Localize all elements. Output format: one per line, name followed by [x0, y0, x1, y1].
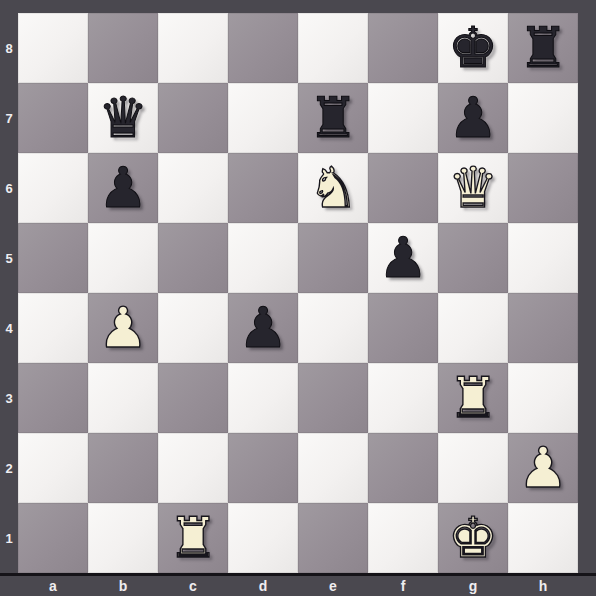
square-c3[interactable] [158, 363, 228, 433]
piece-black-pawn-g7: ♟ [448, 83, 498, 153]
square-e3[interactable] [298, 363, 368, 433]
square-b7[interactable]: ♛ [88, 83, 158, 153]
piece-white-rook-c1: ♜ [168, 503, 218, 573]
piece-black-rook-e7: ♜ [308, 83, 358, 153]
square-d4[interactable]: ♟ [228, 293, 298, 363]
square-f6[interactable] [368, 153, 438, 223]
square-f1[interactable] [368, 503, 438, 573]
square-c8[interactable] [158, 13, 228, 83]
piece-white-rook-g3: ♜ [448, 363, 498, 433]
square-g3[interactable]: ♜ [438, 363, 508, 433]
file-label-e: e [298, 576, 368, 596]
square-b5[interactable] [88, 223, 158, 293]
square-d8[interactable] [228, 13, 298, 83]
square-d5[interactable] [228, 223, 298, 293]
rank-label-3: 3 [0, 363, 18, 433]
square-a1[interactable] [18, 503, 88, 573]
file-label-g: g [438, 576, 508, 596]
file-label-a: a [18, 576, 88, 596]
piece-white-pawn-h2: ♟ [518, 433, 568, 503]
square-e8[interactable] [298, 13, 368, 83]
square-h5[interactable] [508, 223, 578, 293]
square-g6[interactable]: ♛ [438, 153, 508, 223]
file-label-f: f [368, 576, 438, 596]
square-a7[interactable] [18, 83, 88, 153]
square-g5[interactable] [438, 223, 508, 293]
square-b6[interactable]: ♟ [88, 153, 158, 223]
square-c4[interactable] [158, 293, 228, 363]
square-a2[interactable] [18, 433, 88, 503]
square-f5[interactable]: ♟ [368, 223, 438, 293]
piece-black-rook-h8: ♜ [518, 13, 568, 83]
square-f8[interactable] [368, 13, 438, 83]
square-b8[interactable] [88, 13, 158, 83]
square-g4[interactable] [438, 293, 508, 363]
rank-label-4: 4 [0, 293, 18, 363]
square-g7[interactable]: ♟ [438, 83, 508, 153]
file-labels: abcdefgh [18, 576, 578, 596]
file-label-d: d [228, 576, 298, 596]
piece-white-knight-e6: ♞ [308, 153, 358, 223]
square-d3[interactable] [228, 363, 298, 433]
piece-black-pawn-d4: ♟ [238, 293, 288, 363]
square-g8[interactable]: ♚ [438, 13, 508, 83]
square-c6[interactable] [158, 153, 228, 223]
piece-black-pawn-f5: ♟ [378, 223, 428, 293]
square-h2[interactable]: ♟ [508, 433, 578, 503]
square-a8[interactable] [18, 13, 88, 83]
square-f7[interactable] [368, 83, 438, 153]
square-c1[interactable]: ♜ [158, 503, 228, 573]
square-e5[interactable] [298, 223, 368, 293]
piece-white-queen-g6: ♛ [448, 153, 498, 223]
rank-label-7: 7 [0, 83, 18, 153]
square-d1[interactable] [228, 503, 298, 573]
square-b3[interactable] [88, 363, 158, 433]
piece-white-pawn-b4: ♟ [98, 293, 148, 363]
square-a6[interactable] [18, 153, 88, 223]
square-b1[interactable] [88, 503, 158, 573]
square-b2[interactable] [88, 433, 158, 503]
square-e7[interactable]: ♜ [298, 83, 368, 153]
square-f4[interactable] [368, 293, 438, 363]
file-label-b: b [88, 576, 158, 596]
square-h7[interactable] [508, 83, 578, 153]
square-e6[interactable]: ♞ [298, 153, 368, 223]
rank-label-1: 1 [0, 503, 18, 573]
square-e2[interactable] [298, 433, 368, 503]
square-f3[interactable] [368, 363, 438, 433]
square-f2[interactable] [368, 433, 438, 503]
square-c7[interactable] [158, 83, 228, 153]
rank-label-2: 2 [0, 433, 18, 503]
square-g1[interactable]: ♚ [438, 503, 508, 573]
square-e4[interactable] [298, 293, 368, 363]
square-g2[interactable] [438, 433, 508, 503]
square-h8[interactable]: ♜ [508, 13, 578, 83]
square-h3[interactable] [508, 363, 578, 433]
file-label-h: h [508, 576, 578, 596]
square-a4[interactable] [18, 293, 88, 363]
square-d6[interactable] [228, 153, 298, 223]
square-h6[interactable] [508, 153, 578, 223]
square-e1[interactable] [298, 503, 368, 573]
square-d2[interactable] [228, 433, 298, 503]
square-h4[interactable] [508, 293, 578, 363]
square-h1[interactable] [508, 503, 578, 573]
square-c2[interactable] [158, 433, 228, 503]
square-c5[interactable] [158, 223, 228, 293]
chess-board: ♚♜♛♜♟♟♞♛♟♟♟♜♟♜♚ [18, 13, 578, 573]
piece-black-pawn-b6: ♟ [98, 153, 148, 223]
chessboard-frame: ♚♜♛♜♟♟♞♛♟♟♟♜♟♜♚ 87654321 abcdefgh [0, 0, 596, 596]
square-a5[interactable] [18, 223, 88, 293]
rank-labels: 87654321 [0, 13, 18, 573]
piece-black-queen-b7: ♛ [98, 83, 148, 153]
rank-label-6: 6 [0, 153, 18, 223]
file-label-c: c [158, 576, 228, 596]
square-a3[interactable] [18, 363, 88, 433]
rank-label-8: 8 [0, 13, 18, 83]
square-b4[interactable]: ♟ [88, 293, 158, 363]
piece-white-king-g1: ♚ [448, 503, 498, 573]
rank-label-5: 5 [0, 223, 18, 293]
piece-black-king-g8: ♚ [448, 13, 498, 83]
square-d7[interactable] [228, 83, 298, 153]
